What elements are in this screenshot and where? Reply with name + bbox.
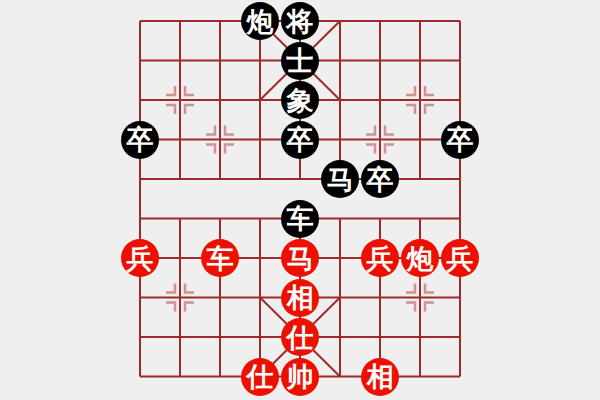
piece-black-elephant[interactable]: 象: [281, 81, 319, 119]
piece-black-horse[interactable]: 马: [321, 160, 359, 198]
piece-black-soldier[interactable]: 卒: [361, 160, 399, 198]
piece-red-chariot[interactable]: 车: [201, 239, 239, 277]
piece-grid[interactable]: 炮将士象卒卒卒马卒车兵车马兵炮兵相仕仕帅相: [120, 1, 480, 396]
piece-black-advisor[interactable]: 士: [281, 42, 319, 80]
piece-red-soldier[interactable]: 兵: [121, 239, 159, 277]
piece-red-general[interactable]: 帅: [281, 358, 319, 396]
piece-red-soldier[interactable]: 兵: [361, 239, 399, 277]
piece-red-horse[interactable]: 马: [281, 239, 319, 277]
piece-black-soldier[interactable]: 卒: [121, 121, 159, 159]
xiangqi-app: 炮将士象卒卒卒马卒车兵车马兵炮兵相仕仕帅相: [0, 0, 600, 400]
piece-red-advisor[interactable]: 仕: [241, 358, 279, 396]
piece-black-general[interactable]: 将: [281, 2, 319, 40]
piece-red-elephant[interactable]: 相: [281, 279, 319, 317]
piece-black-chariot[interactable]: 车: [281, 200, 319, 238]
piece-red-elephant[interactable]: 相: [361, 358, 399, 396]
piece-black-soldier[interactable]: 卒: [441, 121, 479, 159]
piece-red-cannon[interactable]: 炮: [401, 239, 439, 277]
piece-black-cannon[interactable]: 炮: [241, 2, 279, 40]
piece-red-advisor[interactable]: 仕: [281, 318, 319, 356]
xiangqi-board[interactable]: 炮将士象卒卒卒马卒车兵车马兵炮兵相仕仕帅相: [0, 0, 600, 400]
piece-red-soldier[interactable]: 兵: [441, 239, 479, 277]
piece-black-soldier[interactable]: 卒: [281, 121, 319, 159]
